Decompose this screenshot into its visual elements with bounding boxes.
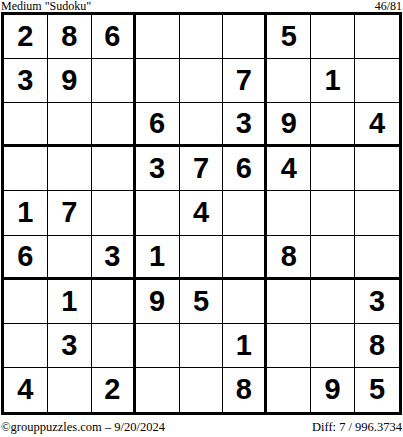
cell-r2c9-empty — [355, 59, 399, 103]
cell-r1c3-given: 6 — [92, 15, 136, 59]
cell-r7c4-given: 9 — [136, 280, 180, 324]
cell-r1c8-empty — [311, 15, 355, 59]
cell-r6c6-empty — [223, 236, 267, 280]
cell-r6c9-empty — [355, 236, 399, 280]
cell-r3c5-empty — [180, 103, 224, 147]
cell-r1c1-given: 2 — [4, 15, 48, 59]
cell-r2c2-given: 9 — [48, 59, 92, 103]
cell-r5c8-empty — [311, 191, 355, 235]
cell-r2c7-empty — [267, 59, 311, 103]
cell-r2c3-empty — [92, 59, 136, 103]
cell-r2c4-empty — [136, 59, 180, 103]
cell-r5c2-given: 7 — [48, 191, 92, 235]
cell-r5c1-given: 1 — [4, 191, 48, 235]
cell-r1c4-empty — [136, 15, 180, 59]
header: Medium "Sudoku" 46/81 — [0, 0, 403, 12]
footer: ©grouppuzzles.com – 9/20/2024 Diff: 7 / … — [0, 415, 403, 434]
cell-r7c1-empty — [4, 280, 48, 324]
cell-r2c5-empty — [180, 59, 224, 103]
cell-r3c9-given: 4 — [355, 103, 399, 147]
sudoku-grid: 28653971639437641746318195331842895 — [1, 12, 402, 415]
cell-r5c4-empty — [136, 191, 180, 235]
cell-r8c3-empty — [92, 324, 136, 368]
cell-r4c6-given: 6 — [223, 147, 267, 191]
cell-r5c9-empty — [355, 191, 399, 235]
puzzle-title: Medium "Sudoku" — [0, 0, 91, 12]
cell-r1c9-empty — [355, 15, 399, 59]
cell-r8c8-empty — [311, 324, 355, 368]
cell-r4c3-empty — [92, 147, 136, 191]
cell-r9c4-empty — [136, 368, 180, 412]
cell-r5c3-empty — [92, 191, 136, 235]
cell-r6c1-given: 6 — [4, 236, 48, 280]
cell-r7c3-empty — [92, 280, 136, 324]
cell-r9c8-given: 9 — [311, 368, 355, 412]
cell-r7c8-empty — [311, 280, 355, 324]
cell-r6c2-empty — [48, 236, 92, 280]
cell-r8c6-given: 1 — [223, 324, 267, 368]
cell-r4c7-given: 4 — [267, 147, 311, 191]
cell-r3c8-empty — [311, 103, 355, 147]
cell-r8c4-empty — [136, 324, 180, 368]
cell-r9c5-empty — [180, 368, 224, 412]
cell-r4c2-empty — [48, 147, 92, 191]
cell-r1c6-empty — [223, 15, 267, 59]
cell-r4c8-empty — [311, 147, 355, 191]
cell-r4c9-empty — [355, 147, 399, 191]
cell-r4c1-empty — [4, 147, 48, 191]
cell-r7c7-empty — [267, 280, 311, 324]
copyright-text: ©grouppuzzles.com – 9/20/2024 — [1, 420, 165, 434]
cell-r3c6-given: 3 — [223, 103, 267, 147]
cell-r9c9-given: 5 — [355, 368, 399, 412]
cell-r6c8-empty — [311, 236, 355, 280]
cell-r2c6-given: 7 — [223, 59, 267, 103]
cell-r1c2-given: 8 — [48, 15, 92, 59]
cell-r8c5-empty — [180, 324, 224, 368]
cell-r6c4-given: 1 — [136, 236, 180, 280]
cell-r8c1-empty — [4, 324, 48, 368]
cell-r7c6-empty — [223, 280, 267, 324]
cell-r4c4-given: 3 — [136, 147, 180, 191]
cell-r8c7-empty — [267, 324, 311, 368]
progress-counter: 46/81 — [375, 0, 403, 12]
cell-r9c6-given: 8 — [223, 368, 267, 412]
cell-r7c5-given: 5 — [180, 280, 224, 324]
cell-r3c7-given: 9 — [267, 103, 311, 147]
cell-r1c5-empty — [180, 15, 224, 59]
difficulty-text: Diff: 7 / 996.3734 — [312, 420, 402, 434]
cell-r2c8-given: 1 — [311, 59, 355, 103]
cell-r7c2-given: 1 — [48, 280, 92, 324]
cell-r8c9-given: 8 — [355, 324, 399, 368]
cell-r9c7-empty — [267, 368, 311, 412]
cell-r5c5-given: 4 — [180, 191, 224, 235]
cell-r8c2-given: 3 — [48, 324, 92, 368]
cell-r9c2-empty — [48, 368, 92, 412]
cell-r4c5-given: 7 — [180, 147, 224, 191]
cell-r9c3-given: 2 — [92, 368, 136, 412]
cell-r6c3-given: 3 — [92, 236, 136, 280]
cell-r3c2-empty — [48, 103, 92, 147]
sudoku-page: Medium "Sudoku" 46/81 286539716394376417… — [0, 0, 403, 437]
cell-r6c5-empty — [180, 236, 224, 280]
cell-r3c4-given: 6 — [136, 103, 180, 147]
cell-r7c9-given: 3 — [355, 280, 399, 324]
cell-r9c1-given: 4 — [4, 368, 48, 412]
cell-r1c7-given: 5 — [267, 15, 311, 59]
cell-r3c3-empty — [92, 103, 136, 147]
cell-r2c1-given: 3 — [4, 59, 48, 103]
cell-r3c1-empty — [4, 103, 48, 147]
cell-r5c6-empty — [223, 191, 267, 235]
cell-r5c7-empty — [267, 191, 311, 235]
cell-r6c7-given: 8 — [267, 236, 311, 280]
